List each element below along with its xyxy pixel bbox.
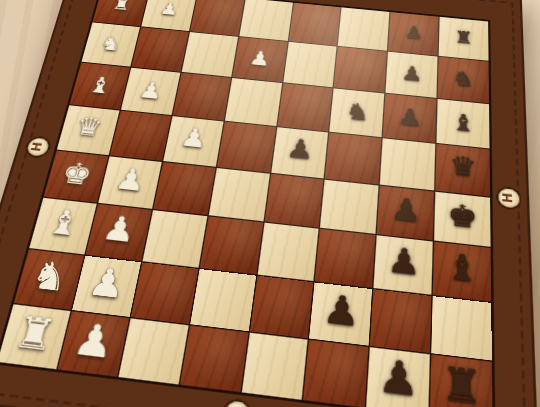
chess-board-wrap: ♜♟♟♜♞♟♟♞♝♟♞♟♝♛♟♟♛♚♟♟♚♝♟♟♝♞♟♟♜♟♟♜ 1234567… xyxy=(0,0,539,407)
square-c2[interactable]: ♟ xyxy=(121,67,180,114)
square-e3[interactable] xyxy=(153,162,215,216)
white-pawn-a2[interactable]: ♟ xyxy=(159,0,180,18)
white-bishop-c1[interactable]: ♝ xyxy=(86,72,115,96)
black-pawn-b7[interactable]: ♟ xyxy=(401,62,423,83)
white-pawn-c2[interactable]: ♟ xyxy=(137,77,165,101)
square-a7[interactable]: ♟ xyxy=(388,12,438,55)
rank-label-8: 8 xyxy=(223,400,250,407)
file-label-f: F xyxy=(25,137,49,156)
square-f8[interactable]: ♝ xyxy=(433,242,491,302)
white-pawn-h2[interactable]: ♟ xyxy=(70,317,119,365)
square-d5[interactable]: ♟ xyxy=(271,127,329,178)
white-rook-a1[interactable]: ♜ xyxy=(111,0,133,13)
file-label-a: A xyxy=(498,187,519,208)
white-knight-g1[interactable]: ♞ xyxy=(27,256,72,298)
white-pawn-e2[interactable]: ♟ xyxy=(113,164,148,196)
square-g3[interactable] xyxy=(131,263,198,325)
square-e7[interactable]: ♟ xyxy=(377,185,434,241)
white-pawn-g2[interactable]: ♟ xyxy=(85,263,129,305)
file-label-e: E xyxy=(25,137,49,156)
rank-label-1: 1 xyxy=(223,400,250,407)
square-h6[interactable] xyxy=(304,340,369,407)
square-a3[interactable] xyxy=(190,0,244,36)
square-h8[interactable]: ♜ xyxy=(430,355,493,407)
square-c1[interactable]: ♝ xyxy=(70,62,130,109)
file-label-h: H xyxy=(498,187,519,208)
black-pawn-f7[interactable]: ♟ xyxy=(386,244,421,283)
black-bishop-f8[interactable]: ♝ xyxy=(445,250,479,289)
square-d2[interactable] xyxy=(110,110,171,160)
square-f5[interactable] xyxy=(257,223,319,281)
black-pawn-e7[interactable]: ♟ xyxy=(390,194,421,227)
black-pawn-d5[interactable]: ♟ xyxy=(285,136,315,165)
file-label-b: B xyxy=(25,137,49,156)
file-label-c: C xyxy=(498,187,519,208)
rank-label-4: 4 xyxy=(223,400,250,407)
black-pawn-a7[interactable]: ♟ xyxy=(404,23,423,41)
square-c4[interactable] xyxy=(225,78,282,126)
black-rook-a8[interactable]: ♜ xyxy=(454,28,473,46)
black-knight-b8[interactable]: ♞ xyxy=(453,68,474,90)
square-b8[interactable]: ♞ xyxy=(438,57,489,103)
file-label-e: E xyxy=(498,187,519,208)
rank-label-6: 6 xyxy=(223,400,250,407)
square-a5[interactable] xyxy=(288,3,340,46)
square-f7[interactable]: ♟ xyxy=(374,236,433,295)
square-d4[interactable] xyxy=(217,121,276,172)
square-d3[interactable]: ♟ xyxy=(163,116,223,167)
white-knight-b1[interactable]: ♞ xyxy=(99,33,124,53)
square-g7[interactable] xyxy=(370,290,431,354)
square-e5[interactable] xyxy=(264,173,324,228)
file-label-d: D xyxy=(498,187,519,208)
square-e4[interactable] xyxy=(208,167,269,221)
square-b4[interactable]: ♟ xyxy=(232,37,287,82)
square-g8[interactable] xyxy=(431,296,491,360)
square-b6[interactable] xyxy=(334,47,387,93)
square-c5[interactable] xyxy=(277,83,333,131)
square-c7[interactable]: ♟ xyxy=(383,93,437,142)
square-b3[interactable] xyxy=(181,32,237,77)
black-knight-c6[interactable]: ♞ xyxy=(345,98,371,123)
square-d8[interactable]: ♛ xyxy=(435,144,490,197)
square-f6[interactable] xyxy=(315,229,376,288)
black-king-e8[interactable]: ♚ xyxy=(447,200,478,234)
square-h7[interactable]: ♟ xyxy=(366,347,430,407)
rank-label-3: 3 xyxy=(223,400,250,407)
white-rook-h1[interactable]: ♜ xyxy=(10,310,60,358)
square-b7[interactable]: ♟ xyxy=(386,52,438,98)
rank-label-5: 5 xyxy=(223,400,250,407)
square-d6[interactable] xyxy=(325,132,382,184)
square-d7[interactable] xyxy=(380,138,435,190)
square-h2[interactable]: ♟ xyxy=(57,311,129,376)
square-c8[interactable]: ♝ xyxy=(437,99,490,148)
square-b2[interactable] xyxy=(131,27,188,71)
square-a4[interactable] xyxy=(239,0,292,41)
file-label-a: A xyxy=(25,137,49,156)
file-label-g: G xyxy=(25,137,49,156)
white-pawn-d3[interactable]: ♟ xyxy=(178,125,209,153)
black-pawn-g6[interactable]: ♟ xyxy=(321,290,361,334)
square-c3[interactable] xyxy=(173,73,231,121)
white-pawn-b4[interactable]: ♟ xyxy=(248,47,272,68)
chess-board: ♜♟♟♜♞♟♟♞♝♟♞♟♝♛♟♟♛♚♟♟♚♝♟♟♝♞♟♟♜♟♟♜ 1234567… xyxy=(0,0,539,407)
square-e1[interactable]: ♚ xyxy=(44,150,109,203)
file-label-d: D xyxy=(25,137,49,156)
file-label-c: C xyxy=(25,137,49,156)
white-queen-d1[interactable]: ♛ xyxy=(73,114,105,142)
file-label-b: B xyxy=(498,187,519,208)
black-pawn-c7[interactable]: ♟ xyxy=(398,104,423,129)
black-queen-d8[interactable]: ♛ xyxy=(449,153,476,182)
photo-scene: ♜♟♟♜♞♟♟♞♝♟♞♟♝♛♟♟♛♚♟♟♚♝♟♟♝♞♟♟♜♟♟♜ 1234567… xyxy=(0,0,540,407)
square-b1[interactable]: ♞ xyxy=(82,22,140,66)
square-c6[interactable]: ♞ xyxy=(330,88,385,137)
square-h4[interactable] xyxy=(179,326,247,393)
file-labels-right: ABCDEFGH xyxy=(494,21,528,407)
square-g6[interactable]: ♟ xyxy=(310,283,373,346)
white-pawn-f2[interactable]: ♟ xyxy=(99,212,139,249)
square-a2[interactable]: ♟ xyxy=(141,0,196,31)
square-f2[interactable]: ♟ xyxy=(85,204,151,261)
file-label-g: G xyxy=(498,187,519,208)
square-h3[interactable] xyxy=(118,318,188,384)
square-b5[interactable] xyxy=(283,42,337,87)
rank-label-2: 2 xyxy=(223,400,250,407)
rank-label-7: 7 xyxy=(223,400,250,407)
square-g5[interactable] xyxy=(249,276,313,339)
black-bishop-c8[interactable]: ♝ xyxy=(451,109,475,134)
square-e8[interactable]: ♚ xyxy=(434,191,490,247)
square-f3[interactable] xyxy=(142,210,207,267)
square-d1[interactable]: ♛ xyxy=(57,105,120,155)
square-g2[interactable]: ♟ xyxy=(72,256,141,317)
square-e6[interactable] xyxy=(320,179,379,234)
file-label-f: F xyxy=(498,187,519,208)
square-g4[interactable] xyxy=(190,269,256,331)
square-e2[interactable]: ♟ xyxy=(98,156,162,209)
square-h5[interactable] xyxy=(241,333,308,400)
square-f4[interactable] xyxy=(199,217,262,275)
file-label-h: H xyxy=(25,137,49,156)
square-a6[interactable] xyxy=(338,7,389,50)
square-a8[interactable]: ♜ xyxy=(439,17,489,61)
black-pawn-h7[interactable]: ♟ xyxy=(377,353,420,404)
board-grid: ♜♟♟♜♞♟♟♞♝♟♞♟♝♛♟♟♛♚♟♟♚♝♟♟♝♞♟♟♜♟♟♜ xyxy=(0,0,494,407)
white-king-e1[interactable]: ♚ xyxy=(59,159,95,191)
white-bishop-f1[interactable]: ♝ xyxy=(43,206,84,243)
black-rook-h8[interactable]: ♜ xyxy=(440,361,482,407)
